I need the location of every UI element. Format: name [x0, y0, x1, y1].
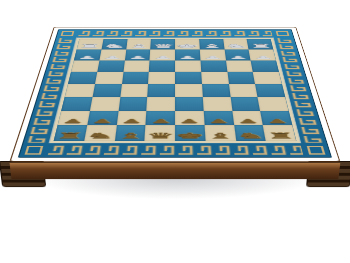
- square-h4: [255, 84, 285, 97]
- square-b1: ♞: [84, 125, 116, 141]
- square-h3: [258, 97, 289, 111]
- square-d8: ♛: [150, 39, 175, 49]
- square-d4: [147, 84, 175, 97]
- photo-background: ♜♞♝♛♚♝♞♜♟♟♟♟♟♟♟♟♟♟♟♟♟♟♟♟♜♞♝♛♚♝♞♜: [0, 0, 350, 263]
- bronze-pawn-a2: ♟: [62, 118, 85, 124]
- bronze-queen-d1: ♛: [145, 132, 174, 140]
- square-g5: [227, 72, 255, 84]
- bronze-pawn-b2: ♟: [91, 118, 113, 124]
- silver-knight-b8: ♞: [102, 43, 127, 48]
- square-h1: ♜: [263, 125, 296, 141]
- square-f8: ♝: [199, 39, 224, 49]
- silver-rook-a8: ♜: [77, 43, 102, 48]
- bronze-bishop-c1: ♝: [115, 132, 145, 140]
- bronze-rook-a1: ♜: [54, 132, 85, 140]
- silver-bishop-f8: ♝: [200, 43, 224, 48]
- bronze-bishop-f1: ♝: [205, 132, 235, 140]
- square-a7: ♟: [74, 49, 101, 60]
- square-f6: [200, 60, 227, 72]
- square-g4: [229, 84, 258, 97]
- silver-king-e8: ♚: [175, 43, 199, 48]
- square-e3: [175, 97, 203, 111]
- square-e8: ♚: [175, 39, 200, 49]
- square-c3: [118, 97, 147, 111]
- silver-queen-d8: ♛: [151, 43, 175, 48]
- square-h2: ♟: [260, 111, 292, 126]
- square-d1: ♛: [145, 125, 175, 141]
- square-e1: ♚: [175, 125, 205, 141]
- square-b8: ♞: [101, 39, 127, 49]
- square-a1: ♜: [54, 125, 87, 141]
- square-d6: [149, 60, 175, 72]
- square-a5: [68, 72, 97, 84]
- square-b6: [97, 60, 124, 72]
- square-g2: ♟: [232, 111, 263, 126]
- square-b5: [95, 72, 123, 84]
- bronze-pawn-g2: ♟: [237, 118, 259, 124]
- bronze-knight-g1: ♞: [235, 132, 265, 140]
- silver-pawn-b7: ♟: [103, 55, 122, 59]
- square-f1: ♝: [204, 125, 235, 141]
- square-g3: [230, 97, 260, 111]
- square-c1: ♝: [114, 125, 145, 141]
- square-d2: ♟: [146, 111, 175, 126]
- square-c7: ♟: [124, 49, 150, 60]
- silver-pawn-c7: ♟: [128, 55, 147, 59]
- bronze-knight-b1: ♞: [85, 132, 115, 140]
- meander-strip-top: [77, 29, 273, 38]
- silver-rook-h8: ♜: [248, 43, 273, 48]
- bronze-pawn-f2: ♟: [208, 118, 230, 124]
- square-g6: [226, 60, 253, 72]
- square-a6: [71, 60, 99, 72]
- chess-board: ♜♞♝♛♚♝♞♜♟♟♟♟♟♟♟♟♟♟♟♟♟♟♟♟♜♞♝♛♚♝♞♜: [9, 27, 340, 162]
- square-e6: [175, 60, 201, 72]
- square-c4: [120, 84, 148, 97]
- square-d5: [148, 72, 175, 84]
- square-d3: [147, 97, 175, 111]
- square-f3: [203, 97, 232, 111]
- silver-pawn-g7: ♟: [228, 55, 247, 59]
- square-g1: ♞: [234, 125, 266, 141]
- square-h6: [251, 60, 279, 72]
- square-e2: ♟: [175, 111, 204, 126]
- square-b4: [92, 84, 121, 97]
- square-h7: ♟: [249, 49, 276, 60]
- square-d7: ♟: [150, 49, 175, 60]
- silver-pawn-e7: ♟: [178, 55, 197, 59]
- square-e4: [175, 84, 203, 97]
- silver-pawn-a7: ♟: [77, 55, 96, 59]
- silver-knight-g8: ♞: [224, 43, 249, 48]
- square-c5: [122, 72, 150, 84]
- meander-corner-motif: [271, 29, 295, 38]
- square-f4: [202, 84, 230, 97]
- front-apron: [9, 162, 340, 180]
- bronze-pawn-e2: ♟: [179, 118, 201, 124]
- square-c8: ♝: [126, 39, 151, 49]
- square-a4: [65, 84, 95, 97]
- square-c6: [123, 60, 150, 72]
- bronze-pawn-c2: ♟: [120, 118, 142, 124]
- square-b7: ♟: [99, 49, 126, 60]
- square-e7: ♟: [175, 49, 200, 60]
- bronze-pawn-d2: ♟: [150, 118, 172, 124]
- perspective-wrapper: ♜♞♝♛♚♝♞♜♟♟♟♟♟♟♟♟♟♟♟♟♟♟♟♟♜♞♝♛♚♝♞♜: [0, 0, 350, 263]
- square-e5: [175, 72, 202, 84]
- square-a3: [61, 97, 92, 111]
- silver-bishop-c8: ♝: [126, 43, 150, 48]
- square-f2: ♟: [203, 111, 233, 126]
- bronze-pawn-h2: ♟: [266, 118, 289, 124]
- square-b3: [90, 97, 120, 111]
- board-squares: ♜♞♝♛♚♝♞♜♟♟♟♟♟♟♟♟♟♟♟♟♟♟♟♟♜♞♝♛♚♝♞♜: [54, 39, 297, 141]
- silver-pawn-d7: ♟: [153, 55, 172, 59]
- silver-pawn-h7: ♟: [253, 55, 272, 59]
- square-c2: ♟: [116, 111, 146, 126]
- silver-pawn-f7: ♟: [203, 55, 222, 59]
- square-a8: ♜: [77, 39, 104, 49]
- meander-corner-motif: [56, 29, 80, 38]
- square-f5: [201, 72, 229, 84]
- square-h5: [253, 72, 282, 84]
- bronze-rook-h1: ♜: [265, 132, 296, 140]
- square-h8: ♜: [247, 39, 274, 49]
- square-g8: ♞: [223, 39, 249, 49]
- square-g7: ♟: [224, 49, 251, 60]
- square-b2: ♟: [87, 111, 118, 126]
- square-a2: ♟: [58, 111, 90, 126]
- square-f7: ♟: [200, 49, 226, 60]
- bronze-king-e1: ♚: [175, 132, 204, 140]
